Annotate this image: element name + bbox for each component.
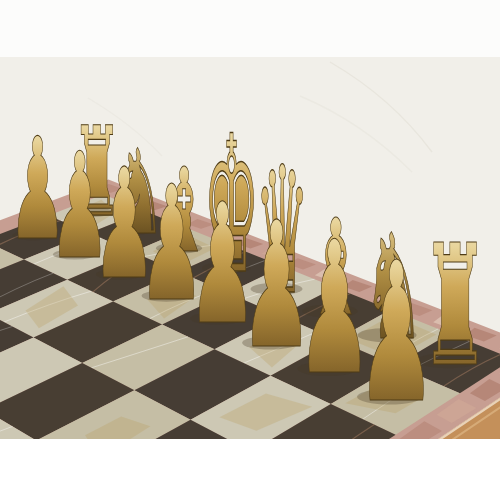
piece-pawn-a2: ♟ bbox=[356, 221, 436, 447]
chessboard-scene: ♜♞♝♚♛♝♞♜♟♟♟♟♟♟♟♟ bbox=[0, 0, 500, 500]
photo-bottom-crop bbox=[0, 439, 500, 500]
backdrop-top-band bbox=[0, 0, 500, 57]
chess-set-photo: ♜♞♝♚♛♝♞♜♟♟♟♟♟♟♟♟ bbox=[0, 0, 500, 500]
